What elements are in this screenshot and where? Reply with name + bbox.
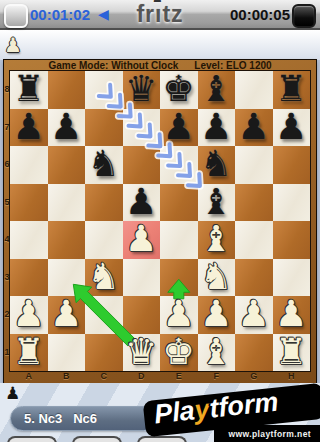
square-c8[interactable] — [85, 71, 123, 109]
square-c5[interactable] — [85, 184, 123, 222]
square-h1[interactable]: ♜ — [273, 334, 311, 372]
black-pawn-g7: ♟ — [238, 108, 270, 145]
black-pawn-b7: ♟ — [50, 108, 82, 145]
square-c3[interactable]: ♞ — [85, 259, 123, 297]
square-c1[interactable] — [85, 334, 123, 372]
square-a7[interactable]: ♟ — [10, 109, 48, 147]
white-bishop-f4: ♝ — [200, 220, 232, 257]
square-e5[interactable] — [160, 184, 198, 222]
white-queen-d1: ♛ — [125, 333, 157, 370]
white-knight-c3: ♞ — [88, 258, 120, 295]
square-b2[interactable]: ♟ — [48, 296, 86, 334]
black-rook-a8: ♜ — [13, 70, 45, 107]
square-h2[interactable]: ♟ — [273, 296, 311, 334]
square-b5[interactable] — [48, 184, 86, 222]
square-g6[interactable] — [235, 146, 273, 184]
square-f6[interactable]: ♞ — [198, 146, 236, 184]
square-a1[interactable]: ♜ — [10, 334, 48, 372]
square-c7[interactable] — [85, 109, 123, 147]
square-d7[interactable] — [123, 109, 161, 147]
white-rook-a1: ♜ — [13, 333, 45, 370]
file-label-f: F — [198, 371, 236, 383]
square-a8[interactable]: ♜ — [10, 71, 48, 109]
square-f5[interactable]: ♝ — [198, 184, 236, 222]
square-g3[interactable] — [235, 259, 273, 297]
square-a2[interactable]: ♟ — [10, 296, 48, 334]
white-pawn-f2: ♟ — [200, 295, 232, 332]
square-g4[interactable] — [235, 221, 273, 259]
square-d4[interactable]: ♟ — [123, 221, 161, 259]
square-g7[interactable]: ♟ — [235, 109, 273, 147]
square-d5[interactable]: ♟ — [123, 184, 161, 222]
square-g8[interactable] — [235, 71, 273, 109]
white-pawn-d4: ♟ — [125, 220, 157, 257]
black-queen-d8: ♛ — [125, 70, 157, 107]
square-d3[interactable] — [123, 259, 161, 297]
square-f8[interactable]: ♝ — [198, 71, 236, 109]
square-g5[interactable] — [235, 184, 273, 222]
square-e1[interactable]: ♚ — [160, 334, 198, 372]
white-king-e1: ♚ — [163, 333, 195, 370]
black-pawn-e7: ♟ — [163, 108, 195, 145]
file-label-g: G — [235, 371, 273, 383]
file-label-h: H — [273, 371, 311, 383]
square-d2[interactable] — [123, 296, 161, 334]
chess-board: Game Mode: Without Clock Level: ELO 1200… — [4, 60, 316, 383]
square-e2[interactable]: ♟ — [160, 296, 198, 334]
black-rook-h8: ♜ — [275, 70, 307, 107]
file-label-a: A — [10, 371, 48, 383]
file-label-c: C — [85, 371, 123, 383]
square-b1[interactable] — [48, 334, 86, 372]
white-pawn-g2: ♟ — [238, 295, 270, 332]
square-f1[interactable]: ♝ — [198, 334, 236, 372]
black-pawn-d5: ♟ — [125, 183, 157, 220]
black-bishop-f5: ♝ — [200, 183, 232, 220]
square-e3[interactable] — [160, 259, 198, 297]
square-e4[interactable] — [160, 221, 198, 259]
square-b3[interactable] — [48, 259, 86, 297]
square-b4[interactable] — [48, 221, 86, 259]
white-pawn-a2: ♟ — [13, 295, 45, 332]
file-labels: ABCDEFGH — [10, 371, 310, 383]
playtform-watermark: Playtform www.playtform.net — [140, 388, 320, 442]
white-bishop-f1: ♝ — [200, 333, 232, 370]
square-h5[interactable] — [273, 184, 311, 222]
white-pawn-e2: ♟ — [163, 295, 195, 332]
square-f2[interactable]: ♟ — [198, 296, 236, 334]
square-e8[interactable]: ♚ — [160, 71, 198, 109]
square-f7[interactable]: ♟ — [198, 109, 236, 147]
square-a4[interactable] — [10, 221, 48, 259]
fritz-logo: frı♟tz — [136, 0, 183, 30]
black-pawn-a7: ♟ — [13, 108, 45, 145]
square-c2[interactable] — [85, 296, 123, 334]
square-h8[interactable]: ♜ — [273, 71, 311, 109]
white-time: 00:01:02 — [30, 0, 90, 30]
black-bishop-f8: ♝ — [200, 70, 232, 107]
white-clock-button[interactable] — [4, 4, 28, 28]
last-moves-text: 5. Nc3 Nc6 — [11, 407, 156, 430]
square-f3[interactable]: ♞ — [198, 259, 236, 297]
square-g1[interactable] — [235, 334, 273, 372]
square-e6[interactable] — [160, 146, 198, 184]
black-king-e8: ♚ — [163, 70, 195, 107]
top-bar: 00:01:02 ◀ frı♟tz 00:00:05 — [0, 0, 320, 30]
square-a5[interactable] — [10, 184, 48, 222]
toolbar-button-2[interactable] — [72, 436, 122, 442]
black-pawn-f7: ♟ — [200, 108, 232, 145]
board-squares: ♜♛♚♝♜♟♟♟♟♟♟♞♞♟♝♟♝♞♞♟♟♟♟♟♟♜♛♚♝♜ — [10, 71, 310, 371]
logo-pawn-icon: ♟ — [152, 0, 164, 4]
white-pawn-b2: ♟ — [50, 295, 82, 332]
black-time: 00:00:05 — [230, 0, 290, 30]
black-knight-c6: ♞ — [88, 145, 120, 182]
square-e7[interactable]: ♟ — [160, 109, 198, 147]
square-b8[interactable] — [48, 71, 86, 109]
file-label-d: D — [123, 371, 161, 383]
square-h3[interactable] — [273, 259, 311, 297]
square-h7[interactable]: ♟ — [273, 109, 311, 147]
square-a6[interactable] — [10, 146, 48, 184]
white-pawn-h2: ♟ — [275, 295, 307, 332]
white-rook-h1: ♜ — [275, 333, 307, 370]
square-b6[interactable] — [48, 146, 86, 184]
square-h6[interactable] — [273, 146, 311, 184]
white-knight-f3: ♞ — [200, 258, 232, 295]
file-label-b: B — [48, 371, 86, 383]
captured-white-pawn-icon: ♟ — [4, 34, 22, 56]
square-f4[interactable]: ♝ — [198, 221, 236, 259]
captured-pieces-strip-top — [0, 30, 320, 60]
file-label-e: E — [160, 371, 198, 383]
square-d8[interactable]: ♛ — [123, 71, 161, 109]
game-mode-label: Game Mode: Without Clock — [48, 60, 178, 71]
captured-black-pawn-icon: ♟ — [5, 384, 20, 403]
board-header: Game Mode: Without Clock Level: ELO 1200 — [4, 60, 316, 71]
square-a3[interactable] — [10, 259, 48, 297]
square-h4[interactable] — [273, 221, 311, 259]
square-c6[interactable]: ♞ — [85, 146, 123, 184]
black-clock-button[interactable] — [292, 4, 316, 28]
watermark-url: www.playtform.net — [228, 429, 311, 439]
fritz-app-screen: 00:01:02 ◀ frı♟tz 00:00:05 ♟ Game Mode: … — [0, 0, 320, 442]
move-list-pill[interactable]: 5. Nc3 Nc6 — [10, 406, 157, 431]
square-b7[interactable]: ♟ — [48, 109, 86, 147]
black-knight-f6: ♞ — [200, 145, 232, 182]
toolbar-button-1[interactable] — [7, 436, 57, 442]
move-indicator-triangle-icon: ◀ — [98, 0, 109, 30]
square-d1[interactable]: ♛ — [123, 334, 161, 372]
square-g2[interactable]: ♟ — [235, 296, 273, 334]
square-d6[interactable] — [123, 146, 161, 184]
black-pawn-h7: ♟ — [275, 108, 307, 145]
square-c4[interactable] — [85, 221, 123, 259]
